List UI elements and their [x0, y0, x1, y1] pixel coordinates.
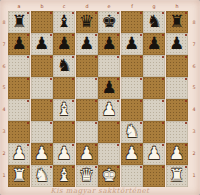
piece-white-bishop: ♝	[53, 165, 75, 187]
square-c7[interactable]: ♟	[53, 33, 75, 55]
piece-black-pawn: ♟	[166, 33, 188, 55]
square-h2[interactable]: ♟	[166, 143, 188, 165]
piece-white-pawn: ♟	[53, 143, 75, 165]
rank-label-right-4: 4	[191, 107, 197, 113]
square-b8[interactable]	[31, 11, 53, 33]
square-d4[interactable]	[76, 99, 98, 121]
file-label-c: c	[55, 2, 73, 9]
square-e7[interactable]: ♟	[98, 33, 120, 55]
square-g2[interactable]: ♟	[143, 143, 165, 165]
square-g5[interactable]	[143, 77, 165, 99]
file-label-f: f	[123, 2, 141, 9]
square-h5[interactable]	[166, 77, 188, 99]
square-a4[interactable]	[8, 99, 30, 121]
piece-white-pawn: ♟	[31, 143, 53, 165]
rank-label-left-6: 6	[1, 63, 7, 69]
square-a5[interactable]	[8, 77, 30, 99]
square-b6[interactable]	[31, 55, 53, 77]
square-f6[interactable]	[121, 55, 143, 77]
piece-white-rook: ♜	[166, 165, 188, 187]
board-photo-frame: abcdefgh 87654321 87654321 ♜♝♛♚♞♜♟♟♟♟♟♟♟…	[0, 0, 200, 195]
square-e8[interactable]: ♚	[98, 11, 120, 33]
square-b2[interactable]: ♟	[31, 143, 53, 165]
square-e4[interactable]: ♟	[98, 99, 120, 121]
piece-black-pawn: ♟	[76, 33, 98, 55]
piece-white-pawn: ♟	[121, 143, 143, 165]
rank-label-right-1: 1	[191, 173, 197, 179]
square-b5[interactable]	[31, 77, 53, 99]
piece-white-bishop: ♝	[53, 99, 75, 121]
square-b4[interactable]	[31, 99, 53, 121]
rank-label-right-5: 5	[191, 85, 197, 91]
square-a3[interactable]	[8, 121, 30, 143]
square-c1[interactable]: ♝	[53, 165, 75, 187]
square-c4[interactable]: ♝	[53, 99, 75, 121]
square-g1[interactable]	[143, 165, 165, 187]
rank-labels-right: 87654321	[190, 11, 198, 187]
rank-label-left-1: 1	[1, 173, 7, 179]
square-b3[interactable]	[31, 121, 53, 143]
rank-label-right-2: 2	[191, 151, 197, 157]
rank-label-left-3: 3	[1, 129, 7, 135]
square-f7[interactable]: ♟	[121, 33, 143, 55]
square-c6[interactable]: ♞	[53, 55, 75, 77]
square-b7[interactable]: ♟	[31, 33, 53, 55]
piece-white-pawn: ♟	[166, 143, 188, 165]
piece-black-pawn: ♟	[31, 33, 53, 55]
file-label-e: e	[100, 2, 118, 9]
square-a2[interactable]: ♟	[8, 143, 30, 165]
square-g8[interactable]: ♞	[143, 11, 165, 33]
square-g3[interactable]	[143, 121, 165, 143]
square-f2[interactable]: ♟	[121, 143, 143, 165]
file-label-h: h	[168, 2, 186, 9]
square-d3[interactable]	[76, 121, 98, 143]
file-label-b: b	[33, 2, 51, 9]
square-a6[interactable]	[8, 55, 30, 77]
file-labels: abcdefgh	[8, 1, 188, 10]
square-h7[interactable]: ♟	[166, 33, 188, 55]
piece-black-pawn: ♟	[98, 33, 120, 55]
square-f3[interactable]: ♞	[121, 121, 143, 143]
piece-black-knight: ♞	[143, 11, 165, 33]
square-f1[interactable]	[121, 165, 143, 187]
piece-white-knight: ♞	[121, 121, 143, 143]
square-h1[interactable]: ♜	[166, 165, 188, 187]
piece-white-knight: ♞	[31, 165, 53, 187]
square-h3[interactable]	[166, 121, 188, 143]
rank-labels-left: 87654321	[0, 11, 8, 187]
rank-label-left-2: 2	[1, 151, 7, 157]
piece-black-pawn: ♟	[121, 33, 143, 55]
square-f4[interactable]	[121, 99, 143, 121]
file-label-a: a	[10, 2, 28, 9]
square-g7[interactable]: ♟	[143, 33, 165, 55]
chess-board: ♜♝♛♚♞♜♟♟♟♟♟♟♟♟♞♟♝♟♞♟♟♟♟♟♟♟♜♞♝♛♚♜	[8, 11, 188, 187]
square-d7[interactable]: ♟	[76, 33, 98, 55]
piece-white-pawn: ♟	[143, 143, 165, 165]
square-d8[interactable]: ♛	[76, 11, 98, 33]
piece-white-queen: ♛	[76, 165, 98, 187]
square-e3[interactable]	[98, 121, 120, 143]
piece-black-bishop: ♝	[53, 11, 75, 33]
piece-black-rook: ♜	[166, 11, 188, 33]
square-h8[interactable]: ♜	[166, 11, 188, 33]
square-e6[interactable]	[98, 55, 120, 77]
square-h6[interactable]	[166, 55, 188, 77]
square-a7[interactable]: ♟	[8, 33, 30, 55]
square-e2[interactable]	[98, 143, 120, 165]
board-caption: Kis magyar sakktörténet	[0, 187, 200, 195]
rank-label-right-3: 3	[191, 129, 197, 135]
rank-label-left-5: 5	[1, 85, 7, 91]
piece-black-knight: ♞	[53, 55, 75, 77]
square-f8[interactable]	[121, 11, 143, 33]
piece-black-pawn: ♟	[53, 33, 75, 55]
square-d1[interactable]: ♛	[76, 165, 98, 187]
square-g4[interactable]	[143, 99, 165, 121]
square-b1[interactable]: ♞	[31, 165, 53, 187]
piece-white-king: ♚	[98, 165, 120, 187]
square-c2[interactable]: ♟	[53, 143, 75, 165]
square-a1[interactable]: ♜	[8, 165, 30, 187]
rank-label-right-6: 6	[191, 63, 197, 69]
square-f5[interactable]	[121, 77, 143, 99]
piece-white-pawn: ♟	[98, 99, 120, 121]
rank-label-right-7: 7	[191, 41, 197, 47]
square-a8[interactable]: ♜	[8, 11, 30, 33]
piece-black-king: ♚	[98, 11, 120, 33]
rank-label-left-8: 8	[1, 19, 7, 25]
piece-black-pawn: ♟	[98, 77, 120, 99]
piece-white-rook: ♜	[8, 165, 30, 187]
square-g6[interactable]	[143, 55, 165, 77]
square-c5[interactable]	[53, 77, 75, 99]
square-e5[interactable]: ♟	[98, 77, 120, 99]
file-label-g: g	[145, 2, 163, 9]
square-d5[interactable]	[76, 77, 98, 99]
rank-label-right-8: 8	[191, 19, 197, 25]
piece-black-pawn: ♟	[8, 33, 30, 55]
square-c8[interactable]: ♝	[53, 11, 75, 33]
square-h4[interactable]	[166, 99, 188, 121]
piece-black-pawn: ♟	[143, 33, 165, 55]
square-d2[interactable]: ♟	[76, 143, 98, 165]
piece-black-queen: ♛	[76, 11, 98, 33]
square-d6[interactable]	[76, 55, 98, 77]
piece-white-pawn: ♟	[76, 143, 98, 165]
file-label-d: d	[78, 2, 96, 9]
rank-label-left-4: 4	[1, 107, 7, 113]
rank-label-left-7: 7	[1, 41, 7, 47]
square-c3[interactable]	[53, 121, 75, 143]
square-e1[interactable]: ♚	[98, 165, 120, 187]
piece-black-rook: ♜	[8, 11, 30, 33]
piece-white-pawn: ♟	[8, 143, 30, 165]
